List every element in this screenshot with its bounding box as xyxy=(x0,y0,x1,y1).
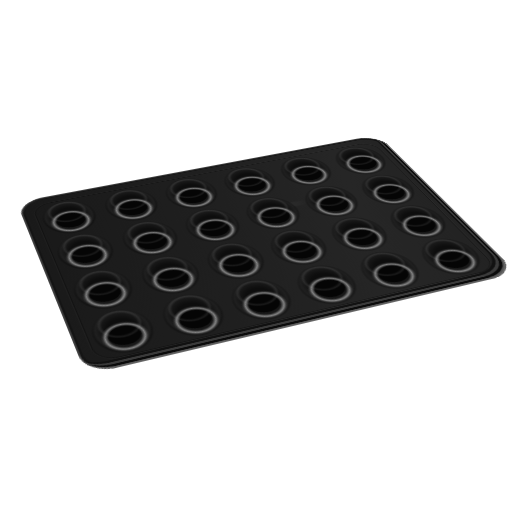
muffin-cup xyxy=(286,260,369,310)
muffin-cup xyxy=(197,237,275,285)
muffin-cup xyxy=(176,204,250,247)
muffin-cup xyxy=(260,225,338,271)
muffin-cup xyxy=(133,251,210,300)
muffin-cup xyxy=(153,288,235,342)
muffin-cup xyxy=(97,185,166,226)
muffin-cup xyxy=(157,174,227,214)
muffin-cup xyxy=(221,274,304,326)
muffin-cup xyxy=(65,264,141,315)
muffin-cup xyxy=(215,163,285,201)
product-photo-canvas xyxy=(0,0,520,520)
muffin-pan xyxy=(16,135,517,375)
muffin-cup xyxy=(295,181,370,221)
muffin-cup xyxy=(50,229,122,275)
muffin-cup xyxy=(36,196,105,238)
muffin-cup xyxy=(83,303,164,360)
muffin-cup xyxy=(320,212,399,256)
muffin-cup xyxy=(409,233,493,280)
muffin-cup xyxy=(114,216,187,261)
muffin-cup-grid xyxy=(31,142,499,362)
pan-surface xyxy=(21,137,511,371)
muffin-cup xyxy=(237,193,311,235)
